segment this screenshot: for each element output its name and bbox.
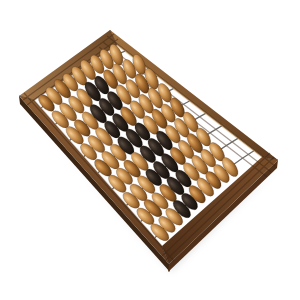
abacus-photo bbox=[0, 0, 300, 300]
abacus-svg bbox=[0, 0, 300, 300]
